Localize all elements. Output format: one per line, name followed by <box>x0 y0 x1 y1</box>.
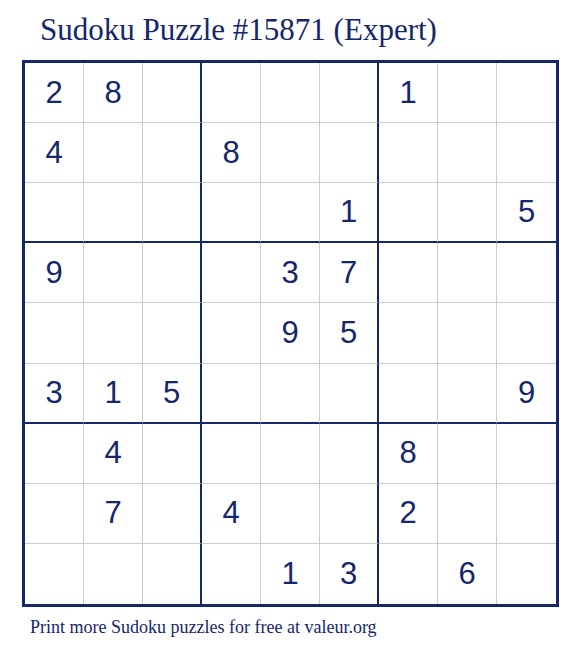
cell-r7c8 <box>438 424 497 484</box>
cell-r2c5 <box>261 123 320 183</box>
cell-r6c5 <box>261 364 320 424</box>
cell-r6c6 <box>320 364 379 424</box>
cell-r8c4: 4 <box>202 484 261 544</box>
cell-r3c9: 5 <box>497 183 556 243</box>
cell-r7c6 <box>320 424 379 484</box>
cell-r9c9 <box>497 544 556 604</box>
cell-r7c9 <box>497 424 556 484</box>
cell-r7c7: 8 <box>379 424 438 484</box>
cell-r2c8 <box>438 123 497 183</box>
cell-r5c9 <box>497 303 556 363</box>
cell-r3c1 <box>25 183 84 243</box>
cell-r3c5 <box>261 183 320 243</box>
cell-r5c3 <box>143 303 202 363</box>
cell-r2c3 <box>143 123 202 183</box>
cell-r8c9 <box>497 484 556 544</box>
cell-r3c4 <box>202 183 261 243</box>
cell-r5c7 <box>379 303 438 363</box>
cell-r1c7: 1 <box>379 63 438 123</box>
cell-r9c4 <box>202 544 261 604</box>
cell-r8c1 <box>25 484 84 544</box>
cell-r1c3 <box>143 63 202 123</box>
page-title: Sudoku Puzzle #15871 (Expert) <box>40 12 437 48</box>
cell-r1c5 <box>261 63 320 123</box>
cell-r6c3: 5 <box>143 364 202 424</box>
cell-r5c5: 9 <box>261 303 320 363</box>
cell-r4c7 <box>379 243 438 303</box>
cell-r5c2 <box>84 303 143 363</box>
cell-r4c6: 7 <box>320 243 379 303</box>
footer-text: Print more Sudoku puzzles for free at va… <box>30 616 377 638</box>
cell-r4c2 <box>84 243 143 303</box>
cell-r2c2 <box>84 123 143 183</box>
cell-r9c7 <box>379 544 438 604</box>
cell-r2c1: 4 <box>25 123 84 183</box>
cell-r9c8: 6 <box>438 544 497 604</box>
cell-r2c4: 8 <box>202 123 261 183</box>
cell-r9c6: 3 <box>320 544 379 604</box>
cell-r3c3 <box>143 183 202 243</box>
cell-r2c7 <box>379 123 438 183</box>
cell-r8c3 <box>143 484 202 544</box>
cell-r1c8 <box>438 63 497 123</box>
cell-r3c2 <box>84 183 143 243</box>
cell-r8c7: 2 <box>379 484 438 544</box>
cell-r9c2 <box>84 544 143 604</box>
cell-r4c1: 9 <box>25 243 84 303</box>
cell-r1c1: 2 <box>25 63 84 123</box>
cell-r6c2: 1 <box>84 364 143 424</box>
cell-r5c8 <box>438 303 497 363</box>
cell-r5c4 <box>202 303 261 363</box>
cell-r8c2: 7 <box>84 484 143 544</box>
cell-r7c3 <box>143 424 202 484</box>
cell-r7c5 <box>261 424 320 484</box>
cell-r7c2: 4 <box>84 424 143 484</box>
cell-r7c1 <box>25 424 84 484</box>
cell-r6c8 <box>438 364 497 424</box>
cell-r4c9 <box>497 243 556 303</box>
cell-r8c6 <box>320 484 379 544</box>
sudoku-board: 281481593795315948742136 <box>22 60 559 607</box>
cell-r5c6: 5 <box>320 303 379 363</box>
cell-r9c1 <box>25 544 84 604</box>
cell-r7c4 <box>202 424 261 484</box>
cell-r6c7 <box>379 364 438 424</box>
cell-r4c4 <box>202 243 261 303</box>
cell-r1c2: 8 <box>84 63 143 123</box>
cell-r8c8 <box>438 484 497 544</box>
cell-r4c5: 3 <box>261 243 320 303</box>
cell-r6c9: 9 <box>497 364 556 424</box>
cell-r6c1: 3 <box>25 364 84 424</box>
cell-r1c9 <box>497 63 556 123</box>
cell-r3c7 <box>379 183 438 243</box>
cell-r2c9 <box>497 123 556 183</box>
cell-r2c6 <box>320 123 379 183</box>
cell-r9c3 <box>143 544 202 604</box>
cell-r6c4 <box>202 364 261 424</box>
cell-r1c6 <box>320 63 379 123</box>
cell-r3c6: 1 <box>320 183 379 243</box>
cell-r8c5 <box>261 484 320 544</box>
cell-r3c8 <box>438 183 497 243</box>
cell-r4c3 <box>143 243 202 303</box>
cell-r5c1 <box>25 303 84 363</box>
cell-r4c8 <box>438 243 497 303</box>
cell-r9c5: 1 <box>261 544 320 604</box>
cell-r1c4 <box>202 63 261 123</box>
